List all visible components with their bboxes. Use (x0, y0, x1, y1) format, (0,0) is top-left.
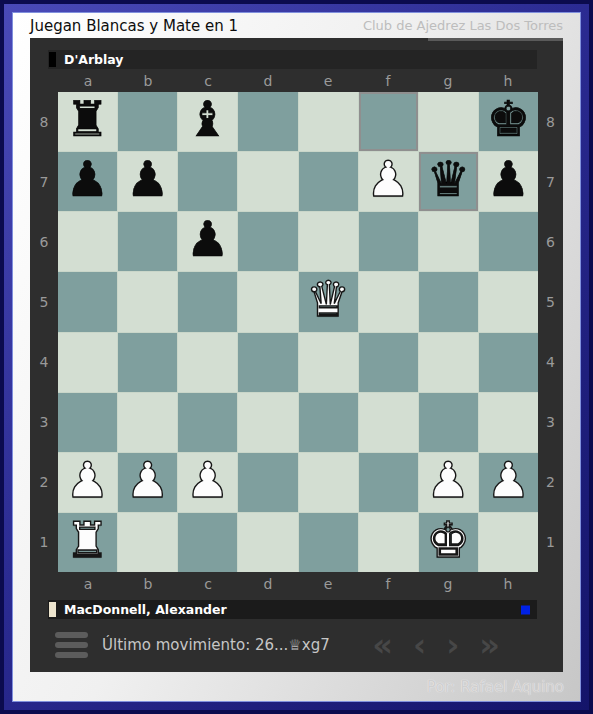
square-d3[interactable] (238, 393, 297, 452)
black-player-name: D'Arblay (64, 52, 123, 67)
file-labels-top: abcdefgh (30, 69, 563, 92)
square-d8[interactable] (238, 92, 297, 151)
piece-white-pawn: ♟ (366, 155, 410, 204)
square-g4[interactable] (419, 333, 478, 392)
square-e2[interactable] (299, 453, 358, 512)
file-label-e: e (298, 576, 358, 592)
white-player-name: MacDonnell, Alexander (64, 602, 227, 617)
square-b6[interactable] (118, 212, 177, 271)
menu-icon[interactable] (55, 632, 88, 658)
square-f6[interactable] (359, 212, 418, 271)
square-g2[interactable]: ♟ (419, 453, 478, 512)
square-g1[interactable]: ♚ (419, 513, 478, 572)
page: Juegan Blancas y Mate en 1 Club de Ajedr… (13, 13, 580, 701)
file-label-h: h (478, 576, 538, 592)
square-b8[interactable] (118, 92, 177, 151)
credit-text: Por: Rafael Aquino (427, 678, 564, 696)
square-g7[interactable]: ♛ (419, 152, 478, 211)
turn-indicator (521, 605, 530, 614)
square-e3[interactable] (299, 393, 358, 452)
rank-label-2: 2 (30, 452, 58, 512)
rank-label-4: 4 (30, 332, 58, 392)
square-a5[interactable] (58, 272, 117, 331)
rank-label-7: 7 (30, 152, 58, 212)
file-label-b: b (118, 73, 178, 89)
square-c7[interactable] (178, 152, 237, 211)
square-b2[interactable]: ♟ (118, 453, 177, 512)
puzzle-title: Juegan Blancas y Mate en 1 (30, 17, 363, 35)
square-a4[interactable] (58, 333, 117, 392)
black-player-bar: D'Arblay (48, 50, 537, 69)
rank-label-8: 8 (30, 92, 58, 152)
board-middle: 87654321 ♜♝♚♟♟♟♛♟♟♛♟♟♟♟♟♜♚ 87654321 (30, 92, 563, 572)
square-f8[interactable] (359, 92, 418, 151)
file-label-c: c (178, 576, 238, 592)
rank-label-5: 5 (30, 272, 58, 332)
file-label-a: a (58, 576, 118, 592)
file-label-g: g (418, 576, 478, 592)
white-player-bar: MacDonnell, Alexander (48, 600, 537, 619)
rank-label-1: 1 (538, 512, 563, 572)
piece-black-pawn: ♟ (186, 215, 230, 264)
square-b1[interactable] (118, 513, 177, 572)
header: Juegan Blancas y Mate en 1 Club de Ajedr… (13, 13, 580, 38)
file-label-h: h (478, 73, 538, 89)
rank-labels-left: 87654321 (30, 92, 58, 572)
square-b4[interactable] (118, 333, 177, 392)
square-a7[interactable]: ♟ (58, 152, 117, 211)
controls-bar: Último movimiento: 26...♕xg7 «‹›» (55, 625, 543, 665)
piece-white-queen: ♛ (306, 275, 350, 324)
rank-label-6: 6 (30, 212, 58, 272)
square-f1[interactable] (359, 513, 418, 572)
rank-label-7: 7 (538, 152, 563, 212)
rank-labels-right: 87654321 (538, 92, 563, 572)
square-c5[interactable] (178, 272, 237, 331)
square-g6[interactable] (419, 212, 478, 271)
square-h1[interactable] (479, 513, 538, 572)
square-a8[interactable]: ♜ (58, 92, 117, 151)
square-h8[interactable]: ♚ (479, 92, 538, 151)
piece-black-bishop: ♝ (186, 95, 230, 144)
rank-label-3: 3 (538, 392, 563, 452)
square-h4[interactable] (479, 333, 538, 392)
frame-border: Juegan Blancas y Mate en 1 Club de Ajedr… (4, 4, 589, 710)
nav-arrows: «‹›» (372, 629, 500, 661)
piece-white-pawn: ♟ (186, 456, 230, 505)
rank-label-6: 6 (538, 212, 563, 272)
square-d2[interactable] (238, 453, 297, 512)
white-side-tab (49, 602, 56, 617)
square-g8[interactable] (419, 92, 478, 151)
square-h7[interactable]: ♟ (479, 152, 538, 211)
nav-last-button[interactable]: » (479, 629, 500, 661)
piece-white-pawn: ♟ (126, 456, 170, 505)
nav-first-button[interactable]: « (372, 629, 393, 661)
square-a6[interactable] (58, 212, 117, 271)
rank-label-2: 2 (538, 452, 563, 512)
square-e6[interactable] (299, 212, 358, 271)
square-e5[interactable]: ♛ (299, 272, 358, 331)
square-f7[interactable]: ♟ (359, 152, 418, 211)
square-d4[interactable] (238, 333, 297, 392)
piece-white-pawn: ♟ (426, 456, 470, 505)
file-label-f: f (358, 73, 418, 89)
square-b7[interactable]: ♟ (118, 152, 177, 211)
nav-next-button[interactable]: › (446, 629, 459, 661)
piece-black-pawn: ♟ (126, 155, 170, 204)
rank-label-3: 3 (30, 392, 58, 452)
piece-white-pawn: ♟ (486, 456, 530, 505)
board-panel: D'Arblay abcdefgh 87654321 ♜♝♚♟♟♟♛♟♟♛♟♟♟… (30, 38, 563, 672)
square-c1[interactable] (178, 513, 237, 572)
square-a3[interactable] (58, 393, 117, 452)
square-e1[interactable] (299, 513, 358, 572)
file-label-b: b (118, 576, 178, 592)
piece-black-queen: ♛ (426, 155, 470, 204)
square-b5[interactable] (118, 272, 177, 331)
club-name: Club de Ajedrez Las Dos Torres (363, 18, 563, 33)
square-h2[interactable]: ♟ (479, 453, 538, 512)
file-label-a: a (58, 73, 118, 89)
file-label-f: f (358, 576, 418, 592)
rank-label-4: 4 (538, 332, 563, 392)
square-c4[interactable] (178, 333, 237, 392)
panel-top-strip (428, 38, 563, 41)
square-e7[interactable] (299, 152, 358, 211)
piece-black-king: ♚ (486, 95, 530, 144)
file-labels-bottom: abcdefgh (30, 572, 563, 595)
square-f3[interactable] (359, 393, 418, 452)
square-f5[interactable] (359, 272, 418, 331)
square-a1[interactable]: ♜ (58, 513, 117, 572)
square-f2[interactable] (359, 453, 418, 512)
file-label-g: g (418, 73, 478, 89)
square-e4[interactable] (299, 333, 358, 392)
rank-label-5: 5 (538, 272, 563, 332)
square-d1[interactable] (238, 513, 297, 572)
square-a2[interactable]: ♟ (58, 453, 117, 512)
square-h5[interactable] (479, 272, 538, 331)
square-g5[interactable] (419, 272, 478, 331)
piece-black-pawn: ♟ (66, 155, 110, 204)
rank-label-8: 8 (538, 92, 563, 152)
square-b3[interactable] (118, 393, 177, 452)
file-label-d: d (238, 73, 298, 89)
file-label-d: d (238, 576, 298, 592)
file-label-e: e (298, 73, 358, 89)
footer: Por: Rafael Aquino (13, 672, 580, 701)
square-f4[interactable] (359, 333, 418, 392)
square-d6[interactable] (238, 212, 297, 271)
rank-label-1: 1 (30, 512, 58, 572)
piece-white-king: ♚ (426, 516, 470, 565)
piece-black-rook: ♜ (66, 95, 110, 144)
square-h6[interactable] (479, 212, 538, 271)
last-move-text: Último movimiento: 26...♕xg7 (102, 636, 372, 654)
file-label-c: c (178, 73, 238, 89)
outer-frame: Juegan Blancas y Mate en 1 Club de Ajedr… (0, 0, 593, 714)
square-d5[interactable] (238, 272, 297, 331)
piece-white-rook: ♜ (66, 516, 110, 565)
square-c3[interactable] (178, 393, 237, 452)
square-d7[interactable] (238, 152, 297, 211)
square-c6[interactable]: ♟ (178, 212, 237, 271)
nav-prev-button[interactable]: ‹ (413, 629, 426, 661)
square-g3[interactable] (419, 393, 478, 452)
black-side-tab (49, 52, 56, 67)
piece-white-pawn: ♟ (66, 456, 110, 505)
square-c2[interactable]: ♟ (178, 453, 237, 512)
square-h3[interactable] (479, 393, 538, 452)
square-c8[interactable]: ♝ (178, 92, 237, 151)
square-e8[interactable] (299, 92, 358, 151)
piece-black-pawn: ♟ (486, 155, 530, 204)
chess-board: ♜♝♚♟♟♟♛♟♟♛♟♟♟♟♟♜♚ (58, 92, 538, 572)
